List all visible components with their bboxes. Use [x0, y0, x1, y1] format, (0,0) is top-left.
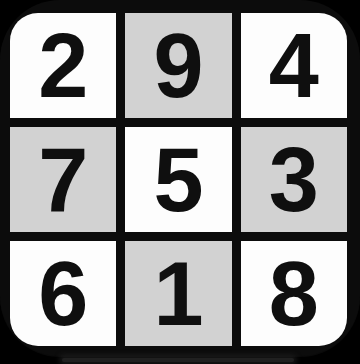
cell-r2c2: 5 [125, 127, 231, 232]
cell-r2c1: 7 [10, 127, 116, 232]
cell-r3c1: 6 [10, 241, 116, 346]
cell-r3c2: 1 [125, 241, 231, 346]
cell-r2c3: 3 [241, 127, 347, 232]
cell-r1c3: 4 [241, 13, 347, 118]
cell-r1c1: 2 [10, 13, 116, 118]
app-icon[interactable]: 2 9 4 7 5 3 6 1 8 [0, 0, 360, 356]
board-grid: 2 9 4 7 5 3 6 1 8 [10, 13, 347, 346]
icon-shadow [62, 358, 294, 362]
cell-r3c3: 8 [241, 241, 347, 346]
cell-r1c2: 9 [125, 13, 231, 118]
